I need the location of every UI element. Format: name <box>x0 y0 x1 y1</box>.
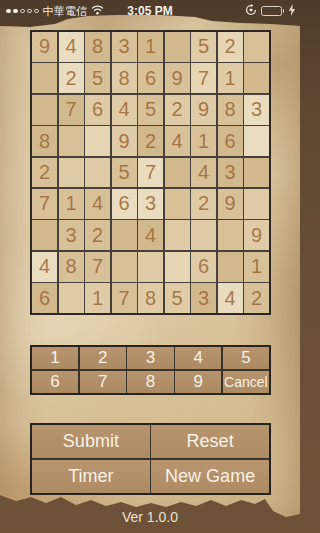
sudoku-board: 9483152258697176452983892416257437146329… <box>30 30 271 315</box>
cell-r3c8[interactable]: 8 <box>218 95 243 125</box>
cell-r5c5[interactable]: 7 <box>138 158 163 188</box>
cell-r1c9[interactable] <box>244 32 269 62</box>
cell-r4c3[interactable] <box>85 126 110 156</box>
numpad-key-cancel[interactable]: Cancel <box>223 371 269 393</box>
cell-r2c2[interactable]: 2 <box>59 63 84 93</box>
numpad-key-7[interactable]: 7 <box>80 371 126 393</box>
cell-r2c9[interactable] <box>244 63 269 93</box>
cell-r9c2[interactable] <box>59 283 84 313</box>
cell-r6c3[interactable]: 4 <box>85 189 110 219</box>
cell-r9c1[interactable]: 6 <box>32 283 57 313</box>
cell-r5c9[interactable] <box>244 158 269 188</box>
cell-r3c7[interactable]: 9 <box>191 95 216 125</box>
status-bar: 中華電信 3:05 PM <box>0 0 300 22</box>
cell-r5c6[interactable] <box>165 158 190 188</box>
cell-r3c1[interactable] <box>32 95 57 125</box>
cell-r9c6[interactable]: 5 <box>165 283 190 313</box>
cell-r1c3[interactable]: 8 <box>85 32 110 62</box>
cell-r1c6[interactable] <box>165 32 190 62</box>
cell-r7c9[interactable]: 9 <box>244 220 269 250</box>
cell-r5c4[interactable]: 5 <box>112 158 137 188</box>
cell-r7c4[interactable] <box>112 220 137 250</box>
cell-r6c2[interactable]: 1 <box>59 189 84 219</box>
cell-r9c9[interactable]: 2 <box>244 283 269 313</box>
cell-r1c1[interactable]: 9 <box>32 32 57 62</box>
cell-r8c7[interactable]: 6 <box>191 252 216 282</box>
cell-r1c8[interactable]: 2 <box>218 32 243 62</box>
cell-r4c5[interactable]: 2 <box>138 126 163 156</box>
cell-r6c5[interactable]: 3 <box>138 189 163 219</box>
cell-r2c5[interactable]: 6 <box>138 63 163 93</box>
reset-button[interactable]: Reset <box>151 425 269 458</box>
action-buttons: SubmitResetTimerNew Game <box>30 423 271 495</box>
cell-r6c9[interactable] <box>244 189 269 219</box>
cell-r5c7[interactable]: 4 <box>191 158 216 188</box>
cell-r6c8[interactable]: 9 <box>218 189 243 219</box>
numpad-key-5[interactable]: 5 <box>223 347 269 369</box>
cell-r7c5[interactable]: 4 <box>138 220 163 250</box>
cell-r6c1[interactable]: 7 <box>32 189 57 219</box>
cell-r4c1[interactable]: 8 <box>32 126 57 156</box>
cell-r2c7[interactable]: 7 <box>191 63 216 93</box>
cell-r3c3[interactable]: 6 <box>85 95 110 125</box>
cell-r1c7[interactable]: 5 <box>191 32 216 62</box>
cell-r7c2[interactable]: 3 <box>59 220 84 250</box>
cell-r1c4[interactable]: 3 <box>112 32 137 62</box>
cell-r4c9[interactable] <box>244 126 269 156</box>
cell-r1c5[interactable]: 1 <box>138 32 163 62</box>
submit-button[interactable]: Submit <box>32 425 150 458</box>
numpad-key-8[interactable]: 8 <box>127 371 173 393</box>
cell-r8c4[interactable] <box>112 252 137 282</box>
cell-r1c2[interactable]: 4 <box>59 32 84 62</box>
cell-r2c1[interactable] <box>32 63 57 93</box>
cell-r6c7[interactable]: 2 <box>191 189 216 219</box>
cell-r2c4[interactable]: 8 <box>112 63 137 93</box>
cell-r6c6[interactable] <box>165 189 190 219</box>
cell-r9c5[interactable]: 8 <box>138 283 163 313</box>
cell-r4c6[interactable]: 4 <box>165 126 190 156</box>
cell-r5c2[interactable] <box>59 158 84 188</box>
cell-r4c2[interactable] <box>59 126 84 156</box>
numpad-key-4[interactable]: 4 <box>175 347 221 369</box>
cell-r7c6[interactable] <box>165 220 190 250</box>
cell-r8c6[interactable] <box>165 252 190 282</box>
cell-r9c7[interactable]: 3 <box>191 283 216 313</box>
timer-button[interactable]: Timer <box>32 460 150 493</box>
cell-r8c3[interactable]: 7 <box>85 252 110 282</box>
cell-r2c6[interactable]: 9 <box>165 63 190 93</box>
cell-r9c4[interactable]: 7 <box>112 283 137 313</box>
cell-r3c6[interactable]: 2 <box>165 95 190 125</box>
numpad-key-2[interactable]: 2 <box>80 347 126 369</box>
cell-r5c8[interactable]: 3 <box>218 158 243 188</box>
number-pad: 123456789Cancel <box>30 345 271 395</box>
numpad-key-9[interactable]: 9 <box>175 371 221 393</box>
cell-r8c8[interactable] <box>218 252 243 282</box>
cell-r5c3[interactable] <box>85 158 110 188</box>
new-game-button[interactable]: New Game <box>151 460 269 493</box>
cell-r3c9[interactable]: 3 <box>244 95 269 125</box>
numpad-key-6[interactable]: 6 <box>32 371 78 393</box>
numpad-key-3[interactable]: 3 <box>127 347 173 369</box>
cell-r2c8[interactable]: 1 <box>218 63 243 93</box>
cell-r3c5[interactable]: 5 <box>138 95 163 125</box>
cell-r6c4[interactable]: 6 <box>112 189 137 219</box>
cell-r9c8[interactable]: 4 <box>218 283 243 313</box>
version-label: Ver 1.0.0 <box>0 509 300 525</box>
cell-r4c7[interactable]: 1 <box>191 126 216 156</box>
cell-r7c7[interactable] <box>191 220 216 250</box>
cell-r7c8[interactable] <box>218 220 243 250</box>
cell-r4c4[interactable]: 9 <box>112 126 137 156</box>
cell-r5c1[interactable]: 2 <box>32 158 57 188</box>
cell-r3c4[interactable]: 4 <box>112 95 137 125</box>
cell-r3c2[interactable]: 7 <box>59 95 84 125</box>
cell-r8c9[interactable]: 1 <box>244 252 269 282</box>
cell-r8c5[interactable] <box>138 252 163 282</box>
cell-r4c8[interactable]: 6 <box>218 126 243 156</box>
cell-r8c1[interactable]: 4 <box>32 252 57 282</box>
cell-r7c3[interactable]: 2 <box>85 220 110 250</box>
cell-r2c3[interactable]: 5 <box>85 63 110 93</box>
cell-r7c1[interactable] <box>32 220 57 250</box>
cell-r8c2[interactable]: 8 <box>59 252 84 282</box>
numpad-key-1[interactable]: 1 <box>32 347 78 369</box>
clock-label: 3:05 PM <box>0 4 300 18</box>
cell-r9c3[interactable]: 1 <box>85 283 110 313</box>
